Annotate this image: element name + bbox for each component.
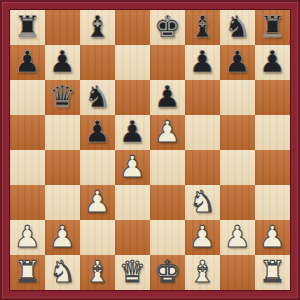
square-a7[interactable]: ♟	[10, 45, 45, 80]
piece-white-bishop[interactable]: ♝	[84, 255, 111, 289]
square-h5[interactable]	[255, 115, 290, 150]
piece-white-pawn[interactable]: ♟	[49, 220, 76, 254]
square-h1[interactable]: ♜	[255, 255, 290, 290]
square-f1[interactable]: ♝	[185, 255, 220, 290]
square-e6[interactable]: ♟	[150, 80, 185, 115]
square-c5[interactable]: ♟	[80, 115, 115, 150]
square-g2[interactable]: ♟	[220, 220, 255, 255]
piece-black-pawn[interactable]: ♟	[259, 45, 286, 79]
piece-white-pawn[interactable]: ♟	[154, 115, 181, 149]
piece-white-knight[interactable]: ♞	[189, 185, 216, 219]
piece-black-pawn[interactable]: ♟	[189, 45, 216, 79]
piece-black-pawn[interactable]: ♟	[84, 115, 111, 149]
piece-white-pawn[interactable]: ♟	[119, 150, 146, 184]
piece-black-rook[interactable]: ♜	[14, 10, 41, 44]
piece-white-bishop[interactable]: ♝	[189, 255, 216, 289]
piece-white-pawn[interactable]: ♟	[259, 220, 286, 254]
square-d2[interactable]	[115, 220, 150, 255]
piece-black-pawn[interactable]: ♟	[154, 80, 181, 114]
square-b8[interactable]	[45, 10, 80, 45]
square-g8[interactable]: ♞	[220, 10, 255, 45]
piece-black-bishop[interactable]: ♝	[189, 10, 216, 44]
square-f4[interactable]	[185, 150, 220, 185]
square-a8[interactable]: ♜	[10, 10, 45, 45]
piece-black-pawn[interactable]: ♟	[119, 115, 146, 149]
square-c4[interactable]	[80, 150, 115, 185]
piece-white-king[interactable]: ♚	[154, 255, 181, 289]
square-e7[interactable]	[150, 45, 185, 80]
square-d6[interactable]	[115, 80, 150, 115]
piece-white-pawn[interactable]: ♟	[84, 185, 111, 219]
square-f6[interactable]	[185, 80, 220, 115]
piece-black-knight[interactable]: ♞	[224, 10, 251, 44]
piece-white-rook[interactable]: ♜	[259, 255, 286, 289]
square-d5[interactable]: ♟	[115, 115, 150, 150]
piece-black-pawn[interactable]: ♟	[14, 45, 41, 79]
square-g5[interactable]	[220, 115, 255, 150]
square-c3[interactable]: ♟	[80, 185, 115, 220]
piece-white-pawn[interactable]: ♟	[224, 220, 251, 254]
square-b6[interactable]: ♛	[45, 80, 80, 115]
board-frame: ♜♝♚♝♞♜♟♟♟♟♟♛♞♟♟♟♟♟♟♞♟♟♟♟♟♜♞♝♛♚♝♜	[0, 0, 300, 300]
square-f2[interactable]: ♟	[185, 220, 220, 255]
square-a6[interactable]	[10, 80, 45, 115]
square-h8[interactable]: ♜	[255, 10, 290, 45]
square-d8[interactable]	[115, 10, 150, 45]
piece-white-pawn[interactable]: ♟	[14, 220, 41, 254]
piece-black-queen[interactable]: ♛	[49, 80, 76, 114]
piece-black-pawn[interactable]: ♟	[49, 45, 76, 79]
square-g4[interactable]	[220, 150, 255, 185]
piece-white-knight[interactable]: ♞	[49, 255, 76, 289]
square-h2[interactable]: ♟	[255, 220, 290, 255]
piece-black-rook[interactable]: ♜	[259, 10, 286, 44]
square-b3[interactable]	[45, 185, 80, 220]
square-a5[interactable]	[10, 115, 45, 150]
square-f5[interactable]	[185, 115, 220, 150]
square-e2[interactable]	[150, 220, 185, 255]
piece-white-pawn[interactable]: ♟	[189, 220, 216, 254]
square-b4[interactable]	[45, 150, 80, 185]
square-b7[interactable]: ♟	[45, 45, 80, 80]
square-h7[interactable]: ♟	[255, 45, 290, 80]
piece-black-pawn[interactable]: ♟	[224, 45, 251, 79]
square-b1[interactable]: ♞	[45, 255, 80, 290]
piece-black-knight[interactable]: ♞	[84, 80, 111, 114]
square-c6[interactable]: ♞	[80, 80, 115, 115]
square-f8[interactable]: ♝	[185, 10, 220, 45]
square-b2[interactable]: ♟	[45, 220, 80, 255]
square-c7[interactable]	[80, 45, 115, 80]
chess-board: ♜♝♚♝♞♜♟♟♟♟♟♛♞♟♟♟♟♟♟♞♟♟♟♟♟♜♞♝♛♚♝♜	[10, 10, 290, 290]
square-h6[interactable]	[255, 80, 290, 115]
square-d1[interactable]: ♛	[115, 255, 150, 290]
square-d7[interactable]	[115, 45, 150, 80]
square-b5[interactable]	[45, 115, 80, 150]
square-f7[interactable]: ♟	[185, 45, 220, 80]
square-e5[interactable]: ♟	[150, 115, 185, 150]
square-g7[interactable]: ♟	[220, 45, 255, 80]
square-c8[interactable]: ♝	[80, 10, 115, 45]
square-a3[interactable]	[10, 185, 45, 220]
square-f3[interactable]: ♞	[185, 185, 220, 220]
square-a2[interactable]: ♟	[10, 220, 45, 255]
square-e3[interactable]	[150, 185, 185, 220]
square-c2[interactable]	[80, 220, 115, 255]
square-c1[interactable]: ♝	[80, 255, 115, 290]
square-e1[interactable]: ♚	[150, 255, 185, 290]
square-h3[interactable]	[255, 185, 290, 220]
square-g3[interactable]	[220, 185, 255, 220]
square-d3[interactable]	[115, 185, 150, 220]
square-a4[interactable]	[10, 150, 45, 185]
piece-black-bishop[interactable]: ♝	[84, 10, 111, 44]
square-g6[interactable]	[220, 80, 255, 115]
piece-white-rook[interactable]: ♜	[14, 255, 41, 289]
square-e8[interactable]: ♚	[150, 10, 185, 45]
piece-black-king[interactable]: ♚	[154, 10, 181, 44]
square-h4[interactable]	[255, 150, 290, 185]
square-d4[interactable]: ♟	[115, 150, 150, 185]
square-g1[interactable]	[220, 255, 255, 290]
square-e4[interactable]	[150, 150, 185, 185]
square-a1[interactable]: ♜	[10, 255, 45, 290]
piece-white-queen[interactable]: ♛	[119, 255, 146, 289]
